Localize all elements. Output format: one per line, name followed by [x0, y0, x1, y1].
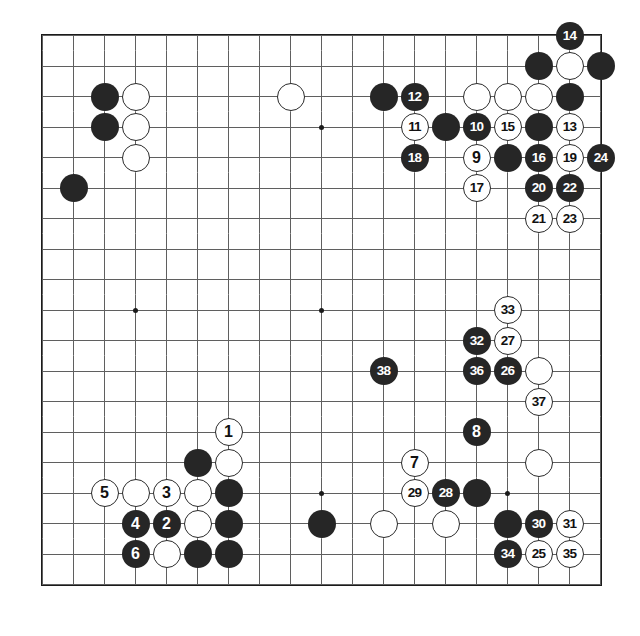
white-stone: [122, 83, 150, 111]
move-3-white-stone: 3: [153, 479, 181, 507]
black-stone: [494, 510, 522, 538]
black-stone: [215, 479, 243, 507]
white-stone: [525, 83, 553, 111]
white-stone: [122, 144, 150, 172]
white-stone: [463, 83, 491, 111]
move-15-white-stone: 15: [494, 113, 522, 141]
move-14-black-stone: 14: [556, 22, 584, 50]
black-stone: [184, 540, 212, 568]
move-10-black-stone: 10: [463, 113, 491, 141]
white-stone: [277, 83, 305, 111]
move-36-black-stone: 36: [463, 357, 491, 385]
move-37-white-stone: 37: [525, 388, 553, 416]
move-7-white-stone: 7: [401, 449, 429, 477]
move-5-white-stone: 5: [91, 479, 119, 507]
move-31-white-stone: 31: [556, 510, 584, 538]
white-stone: [370, 510, 398, 538]
white-stone: [215, 449, 243, 477]
black-stone: [215, 540, 243, 568]
white-stone: [184, 510, 212, 538]
move-4-black-stone: 4: [122, 510, 150, 538]
black-stone: [215, 510, 243, 538]
black-stone: [308, 510, 336, 538]
black-stone: [60, 174, 88, 202]
white-stone: [122, 113, 150, 141]
move-26-black-stone: 26: [494, 357, 522, 385]
move-22-black-stone: 22: [556, 174, 584, 202]
move-12-black-stone: 12: [401, 83, 429, 111]
black-stone: [184, 449, 212, 477]
go-diagram-page: 1234567891011121314151617181920212223242…: [0, 0, 640, 636]
move-29-white-stone: 29: [401, 479, 429, 507]
black-stone: [370, 83, 398, 111]
white-stone: [432, 510, 460, 538]
move-17-white-stone: 17: [463, 174, 491, 202]
white-stone: [184, 479, 212, 507]
move-38-black-stone: 38: [370, 357, 398, 385]
move-9-white-stone: 9: [463, 144, 491, 172]
black-stone: [432, 113, 460, 141]
move-1-white-stone: 1: [215, 418, 243, 446]
move-25-white-stone: 25: [525, 540, 553, 568]
black-stone: [463, 479, 491, 507]
move-33-white-stone: 33: [494, 296, 522, 324]
move-34-black-stone: 34: [494, 540, 522, 568]
move-19-white-stone: 19: [556, 144, 584, 172]
move-8-black-stone: 8: [463, 418, 491, 446]
white-stone: [494, 83, 522, 111]
white-stone: [153, 540, 181, 568]
move-27-white-stone: 27: [494, 327, 522, 355]
black-stone: [91, 113, 119, 141]
move-6-black-stone: 6: [122, 540, 150, 568]
black-stone: [91, 83, 119, 111]
move-30-black-stone: 30: [525, 510, 553, 538]
move-18-black-stone: 18: [401, 144, 429, 172]
move-32-black-stone: 32: [463, 327, 491, 355]
white-stone: [122, 479, 150, 507]
move-11-white-stone: 11: [401, 113, 429, 141]
black-stone: [587, 52, 615, 80]
move-35-white-stone: 35: [556, 540, 584, 568]
black-stone: [525, 52, 553, 80]
white-stone: [525, 357, 553, 385]
move-13-white-stone: 13: [556, 113, 584, 141]
white-stone: [525, 449, 553, 477]
move-24-black-stone: 24: [587, 144, 615, 172]
black-stone: [494, 144, 522, 172]
move-23-white-stone: 23: [556, 205, 584, 233]
move-28-black-stone: 28: [432, 479, 460, 507]
move-20-black-stone: 20: [525, 174, 553, 202]
white-stone: [556, 52, 584, 80]
move-16-black-stone: 16: [525, 144, 553, 172]
move-21-white-stone: 21: [525, 205, 553, 233]
black-stone: [525, 113, 553, 141]
black-stone: [556, 83, 584, 111]
board-stones: 1234567891011121314151617181920212223242…: [27, 20, 616, 600]
move-2-black-stone: 2: [153, 510, 181, 538]
